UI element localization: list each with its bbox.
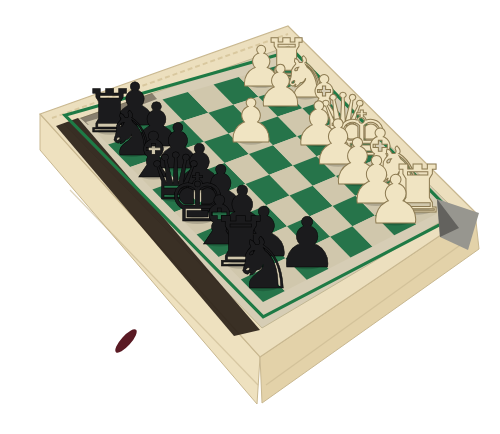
piece-white-pawn-h2: ♟ — [366, 161, 426, 239]
chess-scene: ♜♟♞♟♝♟♜♛♟♟♟♞♚♟♟♝♝♟♟♞♛♟♟♜♚♟♟♝♟♜♟♞ — [0, 0, 500, 434]
piece-white-pawn-c4: ♟ — [224, 86, 278, 156]
piece-black-knight-h8: ♞ — [231, 222, 295, 305]
chess-set-product-photo: ♜♟♞♟♝♟♜♛♟♟♟♞♚♟♟♝♝♟♟♞♛♟♟♜♚♟♟♝♟♜♟♞ — [0, 0, 500, 434]
maroon-streak — [112, 327, 140, 356]
